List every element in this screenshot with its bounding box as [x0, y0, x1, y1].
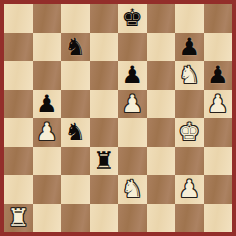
square-b4[interactable]: ♟ — [33, 118, 62, 147]
square-b6[interactable] — [33, 61, 62, 90]
square-e5[interactable]: ♟ — [118, 90, 147, 119]
square-a6[interactable] — [4, 61, 33, 90]
square-a3[interactable] — [4, 147, 33, 176]
square-h6[interactable]: ♟ — [204, 61, 233, 90]
square-a7[interactable] — [4, 33, 33, 62]
square-f3[interactable] — [147, 147, 176, 176]
square-c5[interactable] — [61, 90, 90, 119]
square-d8[interactable] — [90, 4, 119, 33]
square-e8[interactable]: ♚ — [118, 4, 147, 33]
square-d2[interactable] — [90, 175, 119, 204]
square-c4[interactable]: ♞ — [61, 118, 90, 147]
chess-board: ♚♞♟♟♞♟♟♟♟♟♞♚♜♞♟♜ — [4, 4, 232, 232]
square-g6[interactable]: ♞ — [175, 61, 204, 90]
square-e3[interactable] — [118, 147, 147, 176]
black-knight[interactable]: ♞ — [64, 33, 86, 62]
square-d3[interactable]: ♜ — [90, 147, 119, 176]
square-c7[interactable]: ♞ — [61, 33, 90, 62]
black-knight[interactable]: ♞ — [64, 118, 86, 147]
square-a5[interactable] — [4, 90, 33, 119]
black-rook[interactable]: ♜ — [93, 147, 115, 176]
square-a8[interactable] — [4, 4, 33, 33]
square-f1[interactable] — [147, 204, 176, 233]
square-d5[interactable] — [90, 90, 119, 119]
square-e6[interactable]: ♟ — [118, 61, 147, 90]
white-knight[interactable]: ♞ — [178, 61, 200, 90]
square-a1[interactable]: ♜ — [4, 204, 33, 233]
white-knight[interactable]: ♞ — [121, 175, 143, 204]
square-e4[interactable] — [118, 118, 147, 147]
square-f7[interactable] — [147, 33, 176, 62]
black-pawn[interactable]: ♟ — [36, 90, 58, 119]
square-h3[interactable] — [204, 147, 233, 176]
square-b5[interactable]: ♟ — [33, 90, 62, 119]
white-pawn[interactable]: ♟ — [178, 175, 200, 204]
square-e1[interactable] — [118, 204, 147, 233]
square-h7[interactable] — [204, 33, 233, 62]
square-b7[interactable] — [33, 33, 62, 62]
square-f4[interactable] — [147, 118, 176, 147]
white-pawn[interactable]: ♟ — [36, 118, 58, 147]
square-h8[interactable] — [204, 4, 233, 33]
square-a4[interactable] — [4, 118, 33, 147]
square-g2[interactable]: ♟ — [175, 175, 204, 204]
square-c8[interactable] — [61, 4, 90, 33]
white-rook[interactable]: ♜ — [7, 204, 29, 233]
square-h5[interactable]: ♟ — [204, 90, 233, 119]
square-h1[interactable] — [204, 204, 233, 233]
square-b8[interactable] — [33, 4, 62, 33]
black-pawn[interactable]: ♟ — [207, 61, 229, 90]
white-king[interactable]: ♚ — [178, 118, 200, 147]
square-b1[interactable] — [33, 204, 62, 233]
square-f8[interactable] — [147, 4, 176, 33]
square-d1[interactable] — [90, 204, 119, 233]
square-d4[interactable] — [90, 118, 119, 147]
square-c3[interactable] — [61, 147, 90, 176]
square-g3[interactable] — [175, 147, 204, 176]
square-b2[interactable] — [33, 175, 62, 204]
square-c2[interactable] — [61, 175, 90, 204]
square-a2[interactable] — [4, 175, 33, 204]
square-g7[interactable]: ♟ — [175, 33, 204, 62]
white-pawn[interactable]: ♟ — [207, 90, 229, 119]
square-g8[interactable] — [175, 4, 204, 33]
black-pawn[interactable]: ♟ — [178, 33, 200, 62]
black-king[interactable]: ♚ — [121, 4, 143, 33]
square-f5[interactable] — [147, 90, 176, 119]
white-pawn[interactable]: ♟ — [121, 90, 143, 119]
square-e7[interactable] — [118, 33, 147, 62]
square-b3[interactable] — [33, 147, 62, 176]
square-h2[interactable] — [204, 175, 233, 204]
square-d7[interactable] — [90, 33, 119, 62]
black-pawn[interactable]: ♟ — [121, 61, 143, 90]
square-f6[interactable] — [147, 61, 176, 90]
square-c1[interactable] — [61, 204, 90, 233]
chess-board-frame: ♚♞♟♟♞♟♟♟♟♟♞♚♜♞♟♜ — [0, 0, 236, 236]
square-g4[interactable]: ♚ — [175, 118, 204, 147]
square-d6[interactable] — [90, 61, 119, 90]
square-g5[interactable] — [175, 90, 204, 119]
square-c6[interactable] — [61, 61, 90, 90]
square-e2[interactable]: ♞ — [118, 175, 147, 204]
square-h4[interactable] — [204, 118, 233, 147]
square-g1[interactable] — [175, 204, 204, 233]
square-f2[interactable] — [147, 175, 176, 204]
